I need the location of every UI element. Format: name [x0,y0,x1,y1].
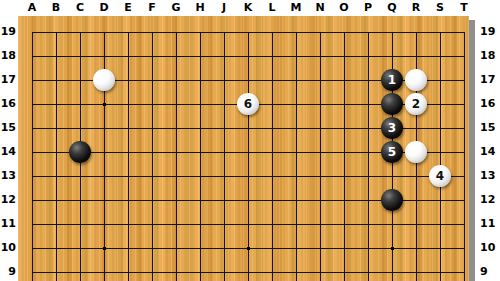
star-point-Q10 [391,247,394,250]
coord-label-right-19: 19 [480,24,500,40]
white-stone-S13[interactable]: 4 [429,165,451,187]
white-stone-R14[interactable] [405,141,427,163]
black-stone-Q16[interactable] [381,93,403,115]
coord-label-col-E: E [119,0,137,15]
coord-label-right-10: 10 [480,240,500,256]
grid-line-row-19 [32,32,465,33]
coord-label-col-K: K [239,0,257,15]
grid-line-row-9 [32,272,465,273]
coord-label-col-P: P [359,0,377,15]
coord-label-left-15: 15 [0,120,16,136]
black-stone-Q12[interactable] [381,189,403,211]
grid-line-col-G [176,32,177,281]
coord-label-col-L: L [263,0,281,15]
coord-label-right-17: 17 [480,72,500,88]
grid-line-row-11 [32,224,465,225]
star-point-D16 [103,103,106,106]
coord-label-right-13: 13 [480,168,500,184]
coord-label-col-J: J [215,0,233,15]
stone-move-number: 3 [381,117,403,139]
coord-label-col-T: T [455,0,473,15]
stone-move-number [405,141,427,163]
coord-label-left-16: 16 [0,96,16,112]
coord-label-col-G: G [167,0,185,15]
coord-label-col-A: A [23,0,41,15]
white-stone-R17[interactable] [405,69,427,91]
coord-label-col-B: B [47,0,65,15]
coord-label-right-15: 15 [480,120,500,136]
white-stone-K16[interactable]: 6 [237,93,259,115]
coord-label-col-H: H [191,0,209,15]
black-stone-C14[interactable] [69,141,91,163]
grid-line-col-S [440,32,441,281]
grid-line-col-O [344,32,345,281]
black-stone-Q15[interactable]: 3 [381,117,403,139]
grid-line-col-J [224,32,225,281]
stone-move-number [381,189,403,211]
coord-label-col-F: F [143,0,161,15]
white-stone-R16[interactable]: 2 [405,93,427,115]
coord-label-right-11: 11 [480,216,500,232]
coord-label-col-D: D [95,0,113,15]
coord-label-left-17: 17 [0,72,16,88]
coord-label-right-9: 9 [480,264,500,280]
coord-label-right-14: 14 [480,144,500,160]
coord-label-left-9: 9 [0,264,16,280]
grid-line-col-T [464,32,465,281]
coord-label-col-M: M [287,0,305,15]
grid-line-col-F [152,32,153,281]
stone-move-number: 4 [429,165,451,187]
black-stone-Q17[interactable]: 1 [381,69,403,91]
stone-move-number [93,69,115,91]
coord-label-left-19: 19 [0,24,16,40]
coord-label-col-Q: Q [383,0,401,15]
stone-move-number: 6 [237,93,259,115]
star-point-K10 [247,247,250,250]
stone-move-number [381,93,403,115]
coord-label-left-13: 13 [0,168,16,184]
grid-line-col-P [368,32,369,281]
coord-label-col-N: N [311,0,329,15]
coord-label-col-C: C [71,0,89,15]
stone-move-number [405,69,427,91]
coord-label-right-18: 18 [480,48,500,64]
coord-label-left-11: 11 [0,216,16,232]
board-right-shadow [469,20,475,281]
coord-label-col-S: S [431,0,449,15]
go-board-diagram: ABCDEFGHJKLMNOPQRST191918181717161615151… [0,0,500,281]
grid-line-row-13 [32,176,465,177]
coord-label-col-R: R [407,0,425,15]
grid-line-col-H [200,32,201,281]
coord-label-left-14: 14 [0,144,16,160]
stone-move-number: 2 [405,93,427,115]
grid-line-col-E [128,32,129,281]
grid-line-row-18 [32,56,465,57]
stone-move-number [69,141,91,163]
grid-line-col-N [320,32,321,281]
grid-line-col-B [56,32,57,281]
coord-label-col-O: O [335,0,353,15]
white-stone-D17[interactable] [93,69,115,91]
black-stone-Q14[interactable]: 5 [381,141,403,163]
grid-line-col-A [32,32,33,281]
coord-label-left-18: 18 [0,48,16,64]
star-point-D10 [103,247,106,250]
grid-line-col-M [296,32,297,281]
grid-line-col-L [272,32,273,281]
grid-line-col-K [248,32,249,281]
coord-label-left-12: 12 [0,192,16,208]
stone-move-number: 5 [381,141,403,163]
coord-label-right-12: 12 [480,192,500,208]
coord-label-left-10: 10 [0,240,16,256]
stone-move-number: 1 [381,69,403,91]
coord-label-right-16: 16 [480,96,500,112]
